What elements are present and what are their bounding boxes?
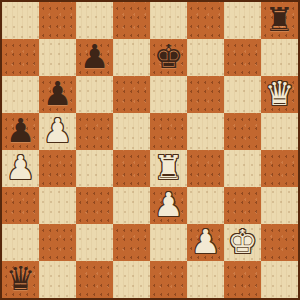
square-g3[interactable]: [224, 187, 261, 224]
square-e7[interactable]: ♚: [150, 39, 187, 76]
square-e4[interactable]: ♜: [150, 150, 187, 187]
square-g5[interactable]: [224, 113, 261, 150]
white-king[interactable]: ♚: [228, 225, 258, 258]
white-queen[interactable]: ♛: [265, 77, 295, 110]
square-f8[interactable]: [187, 2, 224, 39]
square-d5[interactable]: [113, 113, 150, 150]
square-d8[interactable]: [113, 2, 150, 39]
square-b6[interactable]: ♟: [39, 76, 76, 113]
square-c5[interactable]: [76, 113, 113, 150]
square-g6[interactable]: [224, 76, 261, 113]
square-f4[interactable]: [187, 150, 224, 187]
square-d6[interactable]: [113, 76, 150, 113]
square-e1[interactable]: [150, 261, 187, 298]
square-a2[interactable]: [2, 224, 39, 261]
square-f3[interactable]: [187, 187, 224, 224]
white-pawn[interactable]: ♟: [191, 225, 221, 258]
square-d7[interactable]: [113, 39, 150, 76]
square-b4[interactable]: [39, 150, 76, 187]
square-b5[interactable]: ♟: [39, 113, 76, 150]
square-a4[interactable]: ♟: [2, 150, 39, 187]
square-h7[interactable]: [261, 39, 298, 76]
square-h6[interactable]: ♛: [261, 76, 298, 113]
square-g1[interactable]: [224, 261, 261, 298]
square-b7[interactable]: [39, 39, 76, 76]
square-a6[interactable]: [2, 76, 39, 113]
square-h4[interactable]: [261, 150, 298, 187]
square-g7[interactable]: [224, 39, 261, 76]
square-c3[interactable]: [76, 187, 113, 224]
white-rook[interactable]: ♜: [154, 151, 184, 184]
square-c8[interactable]: [76, 2, 113, 39]
square-e2[interactable]: [150, 224, 187, 261]
black-queen[interactable]: ♛: [6, 262, 36, 295]
square-g4[interactable]: [224, 150, 261, 187]
square-g2[interactable]: ♚: [224, 224, 261, 261]
square-b8[interactable]: [39, 2, 76, 39]
square-b2[interactable]: [39, 224, 76, 261]
black-king[interactable]: ♚: [154, 40, 184, 73]
square-h2[interactable]: [261, 224, 298, 261]
square-c7[interactable]: ♟: [76, 39, 113, 76]
square-e8[interactable]: [150, 2, 187, 39]
square-a1[interactable]: ♛: [2, 261, 39, 298]
square-e6[interactable]: [150, 76, 187, 113]
square-d4[interactable]: [113, 150, 150, 187]
square-d2[interactable]: [113, 224, 150, 261]
square-e3[interactable]: ♟: [150, 187, 187, 224]
white-pawn[interactable]: ♟: [154, 188, 184, 221]
square-g8[interactable]: [224, 2, 261, 39]
square-h8[interactable]: ♜: [261, 2, 298, 39]
square-f2[interactable]: ♟: [187, 224, 224, 261]
square-a5[interactable]: ♟: [2, 113, 39, 150]
square-f5[interactable]: [187, 113, 224, 150]
square-a3[interactable]: [2, 187, 39, 224]
square-e5[interactable]: [150, 113, 187, 150]
square-c6[interactable]: [76, 76, 113, 113]
black-pawn[interactable]: ♟: [6, 114, 36, 147]
square-f6[interactable]: [187, 76, 224, 113]
square-c1[interactable]: [76, 261, 113, 298]
black-rook[interactable]: ♜: [265, 3, 295, 36]
square-a8[interactable]: [2, 2, 39, 39]
square-d3[interactable]: [113, 187, 150, 224]
black-pawn[interactable]: ♟: [43, 77, 73, 110]
square-f7[interactable]: [187, 39, 224, 76]
square-b1[interactable]: [39, 261, 76, 298]
square-f1[interactable]: [187, 261, 224, 298]
square-h1[interactable]: [261, 261, 298, 298]
square-c2[interactable]: [76, 224, 113, 261]
square-c4[interactable]: [76, 150, 113, 187]
square-d1[interactable]: [113, 261, 150, 298]
black-pawn[interactable]: ♟: [80, 40, 110, 73]
white-pawn[interactable]: ♟: [43, 114, 73, 147]
square-h3[interactable]: [261, 187, 298, 224]
square-b3[interactable]: [39, 187, 76, 224]
square-a7[interactable]: [2, 39, 39, 76]
square-h5[interactable]: [261, 113, 298, 150]
chess-board: ♜♟♚♟♛♟♟♟♜♟♟♚♛: [0, 0, 300, 300]
white-pawn[interactable]: ♟: [6, 151, 36, 184]
